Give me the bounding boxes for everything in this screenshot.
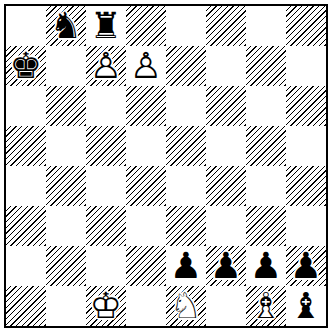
square-c6[interactable]: [86, 86, 126, 126]
square-f7[interactable]: [206, 46, 246, 86]
square-d5[interactable]: [126, 126, 166, 166]
piece-black-pawn: ♟♟: [166, 246, 206, 286]
square-h6[interactable]: [286, 86, 326, 126]
square-f3[interactable]: [206, 206, 246, 246]
piece-white-bishop: ♝♗: [246, 286, 286, 326]
piece-black-bishop: ♝♝: [286, 286, 326, 326]
square-c8[interactable]: ♜♜: [86, 6, 126, 46]
square-a7[interactable]: ♚♚: [6, 46, 46, 86]
square-b8[interactable]: ♞♞: [46, 6, 86, 46]
square-a4[interactable]: [6, 166, 46, 206]
piece-glyph: ♝: [286, 286, 326, 326]
square-e2[interactable]: ♟♟: [166, 246, 206, 286]
square-g1[interactable]: ♝♗: [246, 286, 286, 326]
piece-black-pawn: ♟♟: [206, 246, 246, 286]
square-b4[interactable]: [46, 166, 86, 206]
piece-white-pawn: ♟♙: [86, 46, 126, 86]
square-g7[interactable]: [246, 46, 286, 86]
piece-black-rook: ♜♜: [86, 6, 126, 46]
square-h3[interactable]: [286, 206, 326, 246]
piece-glyph: ♚: [6, 46, 46, 86]
piece-glyph: ♟: [206, 246, 246, 286]
square-d7[interactable]: ♟♙: [126, 46, 166, 86]
piece-glyph: ♞: [46, 6, 86, 46]
square-e7[interactable]: [166, 46, 206, 86]
square-d6[interactable]: [126, 86, 166, 126]
piece-glyph: ♗: [246, 286, 286, 326]
square-a8[interactable]: [6, 6, 46, 46]
square-d2[interactable]: [126, 246, 166, 286]
piece-glyph: ♟: [286, 246, 326, 286]
square-d4[interactable]: [126, 166, 166, 206]
square-a5[interactable]: [6, 126, 46, 166]
square-a2[interactable]: [6, 246, 46, 286]
square-b5[interactable]: [46, 126, 86, 166]
square-b2[interactable]: [46, 246, 86, 286]
square-h1[interactable]: ♝♝: [286, 286, 326, 326]
piece-black-king: ♚♚: [6, 46, 46, 86]
piece-glyph: ♜: [86, 6, 126, 46]
piece-black-pawn: ♟♟: [246, 246, 286, 286]
square-d8[interactable]: [126, 6, 166, 46]
chess-board: ♞♞♜♜♚♚♟♙♟♙♟♟♟♟♟♟♟♟♚♔♞♘♝♗♝♝: [4, 4, 328, 328]
piece-black-knight: ♞♞: [46, 6, 86, 46]
square-h8[interactable]: [286, 6, 326, 46]
piece-white-knight: ♞♘: [166, 286, 206, 326]
square-f2[interactable]: ♟♟: [206, 246, 246, 286]
square-h4[interactable]: [286, 166, 326, 206]
square-e5[interactable]: [166, 126, 206, 166]
square-f5[interactable]: [206, 126, 246, 166]
square-h5[interactable]: [286, 126, 326, 166]
square-g8[interactable]: [246, 6, 286, 46]
square-c4[interactable]: [86, 166, 126, 206]
square-g4[interactable]: [246, 166, 286, 206]
square-g3[interactable]: [246, 206, 286, 246]
square-a1[interactable]: [6, 286, 46, 326]
square-g6[interactable]: [246, 86, 286, 126]
piece-glyph: ♙: [126, 46, 166, 86]
square-c5[interactable]: [86, 126, 126, 166]
square-e1[interactable]: ♞♘: [166, 286, 206, 326]
square-c7[interactable]: ♟♙: [86, 46, 126, 86]
piece-glyph: ♘: [166, 286, 206, 326]
square-e8[interactable]: [166, 6, 206, 46]
square-c1[interactable]: ♚♔: [86, 286, 126, 326]
square-e3[interactable]: [166, 206, 206, 246]
square-c2[interactable]: [86, 246, 126, 286]
square-a6[interactable]: [6, 86, 46, 126]
square-h2[interactable]: ♟♟: [286, 246, 326, 286]
chess-diagram: ♞♞♜♜♚♚♟♙♟♙♟♟♟♟♟♟♟♟♚♔♞♘♝♗♝♝: [0, 0, 332, 332]
square-a3[interactable]: [6, 206, 46, 246]
piece-glyph: ♔: [86, 286, 126, 326]
square-h7[interactable]: [286, 46, 326, 86]
square-e6[interactable]: [166, 86, 206, 126]
piece-glyph: ♟: [166, 246, 206, 286]
piece-black-pawn: ♟♟: [286, 246, 326, 286]
square-f8[interactable]: [206, 6, 246, 46]
piece-white-king: ♚♔: [86, 286, 126, 326]
square-f4[interactable]: [206, 166, 246, 206]
square-b6[interactable]: [46, 86, 86, 126]
square-c3[interactable]: [86, 206, 126, 246]
square-b1[interactable]: [46, 286, 86, 326]
square-b7[interactable]: [46, 46, 86, 86]
square-e4[interactable]: [166, 166, 206, 206]
piece-glyph: ♟: [246, 246, 286, 286]
square-d1[interactable]: [126, 286, 166, 326]
square-b3[interactable]: [46, 206, 86, 246]
square-d3[interactable]: [126, 206, 166, 246]
square-f6[interactable]: [206, 86, 246, 126]
piece-glyph: ♙: [86, 46, 126, 86]
square-f1[interactable]: [206, 286, 246, 326]
square-g2[interactable]: ♟♟: [246, 246, 286, 286]
square-g5[interactable]: [246, 126, 286, 166]
piece-white-pawn: ♟♙: [126, 46, 166, 86]
